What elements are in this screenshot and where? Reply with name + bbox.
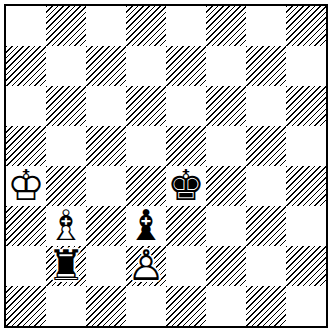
- square-g6[interactable]: [246, 86, 286, 126]
- black-rook-backing: ♜: [46, 246, 86, 286]
- square-e6[interactable]: [166, 86, 206, 126]
- square-c2[interactable]: [86, 246, 126, 286]
- square-d7[interactable]: [126, 46, 166, 86]
- square-d4[interactable]: [126, 166, 166, 206]
- black-bishop-backing: ♝: [126, 206, 166, 246]
- black-bishop: ♝: [126, 206, 166, 246]
- square-b7[interactable]: [46, 46, 86, 86]
- square-h2[interactable]: [286, 246, 326, 286]
- square-b3[interactable]: ♝♗: [46, 206, 86, 246]
- square-g1[interactable]: [246, 286, 286, 326]
- square-h1[interactable]: [286, 286, 326, 326]
- black-rook: ♜: [46, 246, 86, 286]
- square-f3[interactable]: [206, 206, 246, 246]
- square-a7[interactable]: [6, 46, 46, 86]
- square-b2[interactable]: ♜♜: [46, 246, 86, 286]
- square-g2[interactable]: [246, 246, 286, 286]
- square-a6[interactable]: [6, 86, 46, 126]
- square-f6[interactable]: [206, 86, 246, 126]
- square-h8[interactable]: [286, 6, 326, 46]
- square-c6[interactable]: [86, 86, 126, 126]
- square-e3[interactable]: [166, 206, 206, 246]
- square-e5[interactable]: [166, 126, 206, 166]
- square-d3[interactable]: ♝♝: [126, 206, 166, 246]
- square-b6[interactable]: [46, 86, 86, 126]
- square-h7[interactable]: [286, 46, 326, 86]
- square-h6[interactable]: [286, 86, 326, 126]
- square-e8[interactable]: [166, 6, 206, 46]
- white-king-backing: ♚: [6, 166, 46, 206]
- square-c3[interactable]: [86, 206, 126, 246]
- square-a1[interactable]: [6, 286, 46, 326]
- square-d8[interactable]: [126, 6, 166, 46]
- white-bishop: ♗: [46, 206, 86, 246]
- square-f4[interactable]: [206, 166, 246, 206]
- black-king: ♚: [166, 166, 206, 206]
- square-d2[interactable]: ♟♙: [126, 246, 166, 286]
- square-h4[interactable]: [286, 166, 326, 206]
- square-c1[interactable]: [86, 286, 126, 326]
- black-king-backing: ♚: [166, 166, 206, 206]
- square-b5[interactable]: [46, 126, 86, 166]
- square-a4[interactable]: ♚♔: [6, 166, 46, 206]
- square-a8[interactable]: [6, 6, 46, 46]
- square-g3[interactable]: [246, 206, 286, 246]
- square-h5[interactable]: [286, 126, 326, 166]
- chess-diagram: ♚♔♚♚♝♗♝♝♜♜♟♙: [0, 0, 332, 332]
- square-h3[interactable]: [286, 206, 326, 246]
- square-f5[interactable]: [206, 126, 246, 166]
- square-c4[interactable]: [86, 166, 126, 206]
- board-frame: ♚♔♚♚♝♗♝♝♜♜♟♙: [4, 4, 328, 328]
- white-king: ♔: [6, 166, 46, 206]
- square-d1[interactable]: [126, 286, 166, 326]
- square-g8[interactable]: [246, 6, 286, 46]
- square-f7[interactable]: [206, 46, 246, 86]
- square-e1[interactable]: [166, 286, 206, 326]
- square-f8[interactable]: [206, 6, 246, 46]
- square-g5[interactable]: [246, 126, 286, 166]
- square-g4[interactable]: [246, 166, 286, 206]
- square-e2[interactable]: [166, 246, 206, 286]
- square-a2[interactable]: [6, 246, 46, 286]
- white-pawn: ♙: [126, 246, 166, 286]
- square-c5[interactable]: [86, 126, 126, 166]
- square-c7[interactable]: [86, 46, 126, 86]
- square-b8[interactable]: [46, 6, 86, 46]
- square-g7[interactable]: [246, 46, 286, 86]
- square-b1[interactable]: [46, 286, 86, 326]
- square-c8[interactable]: [86, 6, 126, 46]
- square-a3[interactable]: [6, 206, 46, 246]
- square-a5[interactable]: [6, 126, 46, 166]
- square-f1[interactable]: [206, 286, 246, 326]
- chess-board: ♚♔♚♚♝♗♝♝♜♜♟♙: [6, 6, 326, 326]
- white-pawn-backing: ♟: [126, 246, 166, 286]
- white-bishop-backing: ♝: [46, 206, 86, 246]
- square-e4[interactable]: ♚♚: [166, 166, 206, 206]
- square-b4[interactable]: [46, 166, 86, 206]
- square-d5[interactable]: [126, 126, 166, 166]
- square-e7[interactable]: [166, 46, 206, 86]
- square-f2[interactable]: [206, 246, 246, 286]
- square-d6[interactable]: [126, 86, 166, 126]
